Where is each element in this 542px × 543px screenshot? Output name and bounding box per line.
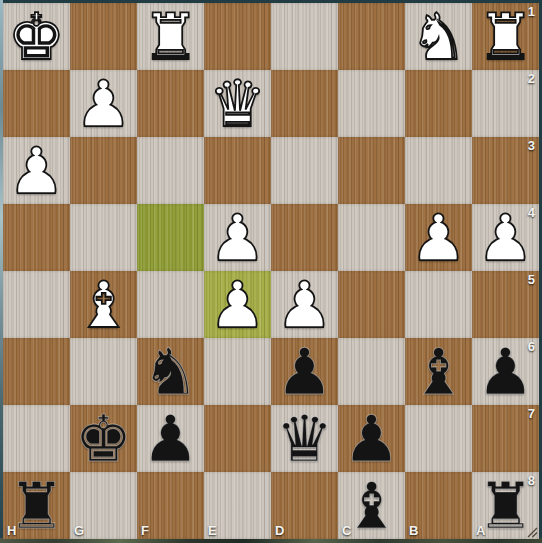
square-d3[interactable] bbox=[271, 137, 338, 204]
square-h3[interactable]: ♟ bbox=[3, 137, 70, 204]
square-c3[interactable] bbox=[338, 137, 405, 204]
square-g8[interactable]: G bbox=[70, 472, 137, 539]
square-g2[interactable]: ♟ bbox=[70, 70, 137, 137]
piece-white-pawn[interactable]: ♟ bbox=[3, 137, 70, 204]
square-h8[interactable]: ♜H bbox=[3, 472, 70, 539]
square-d1[interactable] bbox=[271, 3, 338, 70]
piece-white-king[interactable]: ♚ bbox=[3, 3, 70, 70]
piece-white-pawn[interactable]: ♟ bbox=[271, 271, 338, 338]
square-c8[interactable]: ♝C bbox=[338, 472, 405, 539]
file-label-b: B bbox=[409, 523, 418, 538]
piece-white-knight[interactable]: ♞ bbox=[405, 3, 472, 70]
square-e1[interactable] bbox=[204, 3, 271, 70]
square-a1[interactable]: ♜1 bbox=[472, 3, 539, 70]
piece-black-pawn[interactable]: ♟ bbox=[338, 405, 405, 472]
square-g4[interactable] bbox=[70, 204, 137, 271]
square-g7[interactable]: ♚ bbox=[70, 405, 137, 472]
resize-handle-icon[interactable] bbox=[526, 526, 538, 538]
file-label-d: D bbox=[275, 523, 284, 538]
piece-black-pawn[interactable]: ♟ bbox=[472, 338, 539, 405]
square-a5[interactable]: 5 bbox=[472, 271, 539, 338]
piece-black-bishop[interactable]: ♝ bbox=[405, 338, 472, 405]
square-d4[interactable] bbox=[271, 204, 338, 271]
square-g3[interactable] bbox=[70, 137, 137, 204]
piece-white-pawn[interactable]: ♟ bbox=[472, 204, 539, 271]
square-e6[interactable] bbox=[204, 338, 271, 405]
square-h4[interactable] bbox=[3, 204, 70, 271]
square-b1[interactable]: ♞ bbox=[405, 3, 472, 70]
square-f8[interactable]: F bbox=[137, 472, 204, 539]
square-e3[interactable] bbox=[204, 137, 271, 204]
square-d5[interactable]: ♟ bbox=[271, 271, 338, 338]
piece-white-pawn[interactable]: ♟ bbox=[70, 70, 137, 137]
square-b8[interactable]: B bbox=[405, 472, 472, 539]
piece-white-rook[interactable]: ♜ bbox=[472, 3, 539, 70]
square-b7[interactable] bbox=[405, 405, 472, 472]
square-g5[interactable]: ♝ bbox=[70, 271, 137, 338]
piece-black-pawn[interactable]: ♟ bbox=[271, 338, 338, 405]
piece-black-queen[interactable]: ♛ bbox=[271, 405, 338, 472]
square-d2[interactable] bbox=[271, 70, 338, 137]
square-c2[interactable] bbox=[338, 70, 405, 137]
square-h2[interactable] bbox=[3, 70, 70, 137]
square-b3[interactable] bbox=[405, 137, 472, 204]
rank-label-3: 3 bbox=[528, 138, 535, 153]
rank-label-2: 2 bbox=[528, 71, 535, 86]
square-f4[interactable] bbox=[137, 204, 204, 271]
square-d8[interactable]: D bbox=[271, 472, 338, 539]
square-h5[interactable] bbox=[3, 271, 70, 338]
piece-black-knight[interactable]: ♞ bbox=[137, 338, 204, 405]
rank-label-5: 5 bbox=[528, 272, 535, 287]
piece-white-pawn[interactable]: ♟ bbox=[204, 271, 271, 338]
piece-black-king[interactable]: ♚ bbox=[70, 405, 137, 472]
square-h6[interactable] bbox=[3, 338, 70, 405]
square-e2[interactable]: ♛ bbox=[204, 70, 271, 137]
square-f7[interactable]: ♟ bbox=[137, 405, 204, 472]
rank-label-7: 7 bbox=[528, 406, 535, 421]
square-e8[interactable]: E bbox=[204, 472, 271, 539]
piece-white-rook[interactable]: ♜ bbox=[137, 3, 204, 70]
square-h1[interactable]: ♚ bbox=[3, 3, 70, 70]
piece-black-pawn[interactable]: ♟ bbox=[137, 405, 204, 472]
chess-board: ♚♜♞♜1♟♛2♟3♟♟♟4♝♟♟5♞♟♝♟6♚♟♛♟7♜HGFED♝CB♜8A bbox=[3, 3, 539, 539]
board-frame: ♚♜♞♜1♟♛2♟3♟♟♟4♝♟♟5♞♟♝♟6♚♟♛♟7♜HGFED♝CB♜8A bbox=[0, 0, 542, 543]
square-a8[interactable]: ♜8A bbox=[472, 472, 539, 539]
square-d7[interactable]: ♛ bbox=[271, 405, 338, 472]
file-label-g: G bbox=[74, 523, 84, 538]
square-e5[interactable]: ♟ bbox=[204, 271, 271, 338]
square-f1[interactable]: ♜ bbox=[137, 3, 204, 70]
square-f6[interactable]: ♞ bbox=[137, 338, 204, 405]
square-b5[interactable] bbox=[405, 271, 472, 338]
square-f2[interactable] bbox=[137, 70, 204, 137]
square-f3[interactable] bbox=[137, 137, 204, 204]
square-a6[interactable]: ♟6 bbox=[472, 338, 539, 405]
square-c6[interactable] bbox=[338, 338, 405, 405]
piece-white-queen[interactable]: ♛ bbox=[204, 70, 271, 137]
file-label-f: F bbox=[141, 523, 149, 538]
square-b6[interactable]: ♝ bbox=[405, 338, 472, 405]
square-h7[interactable] bbox=[3, 405, 70, 472]
square-g1[interactable] bbox=[70, 3, 137, 70]
square-d6[interactable]: ♟ bbox=[271, 338, 338, 405]
square-a2[interactable]: 2 bbox=[472, 70, 539, 137]
piece-white-bishop[interactable]: ♝ bbox=[70, 271, 137, 338]
square-f5[interactable] bbox=[137, 271, 204, 338]
square-a4[interactable]: ♟4 bbox=[472, 204, 539, 271]
square-b2[interactable] bbox=[405, 70, 472, 137]
piece-white-pawn[interactable]: ♟ bbox=[204, 204, 271, 271]
square-b4[interactable]: ♟ bbox=[405, 204, 472, 271]
square-c1[interactable] bbox=[338, 3, 405, 70]
square-a3[interactable]: 3 bbox=[472, 137, 539, 204]
square-a7[interactable]: 7 bbox=[472, 405, 539, 472]
piece-black-rook[interactable]: ♜ bbox=[3, 472, 70, 539]
piece-black-bishop[interactable]: ♝ bbox=[338, 472, 405, 539]
square-e7[interactable] bbox=[204, 405, 271, 472]
square-e4[interactable]: ♟ bbox=[204, 204, 271, 271]
square-c7[interactable]: ♟ bbox=[338, 405, 405, 472]
square-c4[interactable] bbox=[338, 204, 405, 271]
piece-white-pawn[interactable]: ♟ bbox=[405, 204, 472, 271]
square-c5[interactable] bbox=[338, 271, 405, 338]
file-label-e: E bbox=[208, 523, 217, 538]
square-g6[interactable] bbox=[70, 338, 137, 405]
